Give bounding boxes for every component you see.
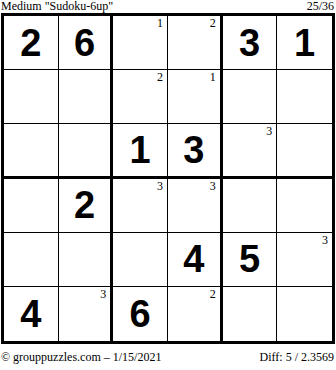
cell-r4c6[interactable] [277,179,332,233]
pencil-mark: 2 [210,287,216,301]
cell-r3c4[interactable]: 3 [168,124,223,178]
cell-r5c6[interactable]: 3 [277,233,332,287]
pencil-mark: 3 [210,179,216,193]
cell-r1c1[interactable]: 2 [4,16,59,70]
footer: © grouppuzzles.com – 1/15/2021 Diff: 5 /… [0,344,336,364]
cell-r1c4[interactable]: 2 [168,16,223,70]
pencil-mark: 3 [100,287,106,301]
puzzle-counter: 25/36 [307,0,334,13]
cell-r3c3[interactable]: 1 [113,124,168,178]
pencil-mark: 2 [210,16,216,30]
cell-r3c5[interactable]: 3 [223,124,278,178]
cell-r2c3[interactable]: 2 [113,70,168,124]
copyright-text: © grouppuzzles.com – 1/15/2021 [1,350,161,364]
cell-r2c2[interactable] [59,70,114,124]
pencil-mark: 2 [157,70,163,84]
cell-r5c5[interactable]: 5 [223,233,278,287]
cell-r5c2[interactable] [59,233,114,287]
pencil-mark: 3 [157,179,163,193]
pencil-mark: 1 [210,70,216,84]
given-digit: 4 [183,240,204,278]
cell-r6c4[interactable]: 2 [168,287,223,341]
cell-r6c3[interactable]: 6 [113,287,168,341]
cell-r6c6[interactable] [277,287,332,341]
pencil-mark: 3 [266,124,272,138]
cell-r4c5[interactable] [223,179,278,233]
cell-r4c1[interactable] [4,179,59,233]
cell-r2c1[interactable] [4,70,59,124]
cell-r2c4[interactable]: 1 [168,70,223,124]
pencil-mark: 3 [322,233,328,247]
difficulty-text: Diff: 5 / 2.3569 [260,350,334,364]
given-digit: 4 [20,295,41,333]
cell-r3c1[interactable] [4,124,59,178]
cell-r5c4[interactable]: 4 [168,233,223,287]
header: Medium "Sudoku-6up" 25/36 [0,0,336,13]
cell-r5c1[interactable] [4,233,59,287]
board: 261231211332334534362 [1,13,335,344]
cell-r2c5[interactable] [223,70,278,124]
cell-r2c6[interactable] [277,70,332,124]
given-digit: 3 [183,131,204,169]
cell-r6c1[interactable]: 4 [4,287,59,341]
cell-r5c3[interactable] [113,233,168,287]
cell-r3c2[interactable] [59,124,114,178]
given-digit: 5 [239,240,260,278]
cell-r4c4[interactable]: 3 [168,179,223,233]
sudoku-page: Medium "Sudoku-6up" 25/36 26123121133233… [0,0,336,370]
puzzle-title: Medium "Sudoku-6up" [1,0,113,13]
cell-r4c2[interactable]: 2 [59,179,114,233]
cell-r1c3[interactable]: 1 [113,16,168,70]
given-digit: 2 [74,186,95,224]
given-digit: 3 [239,24,260,62]
cell-r4c3[interactable]: 3 [113,179,168,233]
cell-r1c6[interactable]: 1 [277,16,332,70]
given-digit: 6 [74,24,95,62]
given-digit: 6 [130,295,151,333]
cell-r1c2[interactable]: 6 [59,16,114,70]
given-digit: 1 [130,131,151,169]
given-digit: 1 [294,24,315,62]
cell-r3c6[interactable] [277,124,332,178]
cell-r1c5[interactable]: 3 [223,16,278,70]
cell-r6c2[interactable]: 3 [59,287,114,341]
cell-r6c5[interactable] [223,287,278,341]
given-digit: 2 [20,24,41,62]
pencil-mark: 1 [157,16,163,30]
